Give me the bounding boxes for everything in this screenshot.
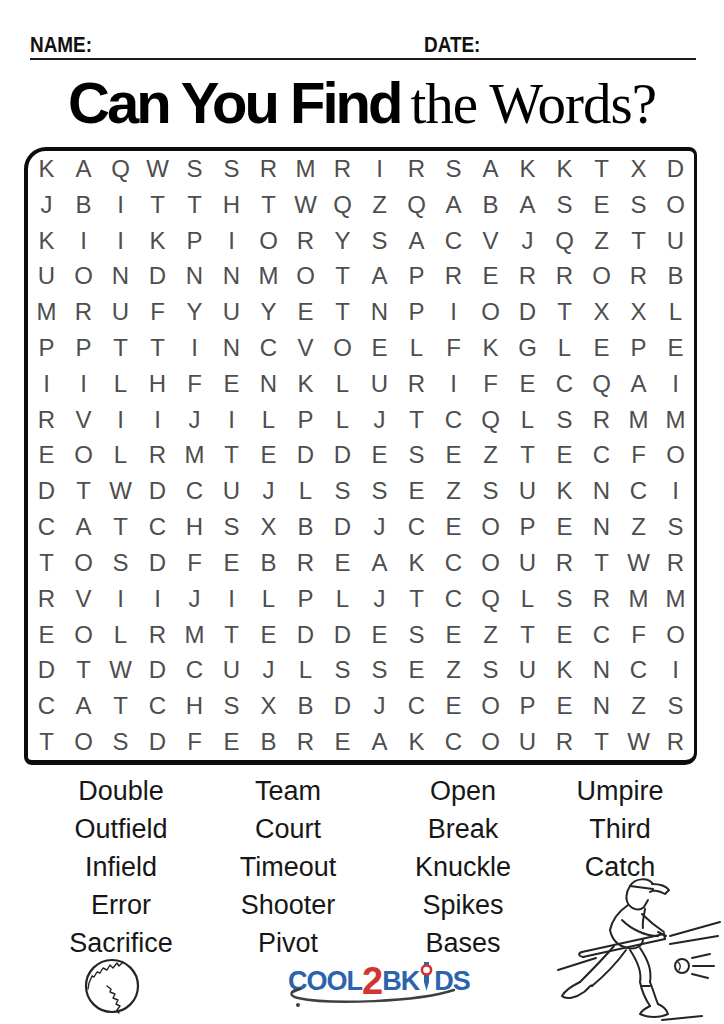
grid-cell[interactable]: T bbox=[509, 438, 546, 474]
grid-cell[interactable]: E bbox=[583, 330, 620, 366]
grid-cell[interactable]: C bbox=[435, 223, 472, 259]
grid-cell[interactable]: R bbox=[324, 151, 361, 187]
grid-cell[interactable]: E bbox=[250, 617, 287, 653]
grid-cell[interactable]: N bbox=[583, 653, 620, 689]
grid-cell[interactable]: S bbox=[398, 617, 435, 653]
grid-cell[interactable]: S bbox=[657, 509, 694, 545]
grid-cell[interactable]: O bbox=[65, 724, 102, 760]
grid-cell[interactable]: C bbox=[546, 366, 583, 402]
grid-cell[interactable]: E bbox=[28, 617, 65, 653]
grid-cell[interactable]: U bbox=[509, 473, 546, 509]
grid-cell[interactable]: C bbox=[176, 653, 213, 689]
grid-cell[interactable]: R bbox=[546, 724, 583, 760]
grid-cell[interactable]: O bbox=[472, 294, 509, 330]
grid-cell[interactable]: E bbox=[287, 294, 324, 330]
grid-cell[interactable]: L bbox=[102, 438, 139, 474]
grid-cell[interactable]: Z bbox=[435, 653, 472, 689]
grid-cell[interactable]: E bbox=[213, 545, 250, 581]
grid-cell[interactable]: E bbox=[546, 438, 583, 474]
grid-cell[interactable]: T bbox=[65, 473, 102, 509]
grid-cell[interactable]: A bbox=[620, 366, 657, 402]
grid-cell[interactable]: L bbox=[287, 653, 324, 689]
grid-cell[interactable]: A bbox=[361, 258, 398, 294]
grid-cell[interactable]: D bbox=[287, 617, 324, 653]
grid-cell[interactable]: A bbox=[361, 545, 398, 581]
grid-cell[interactable]: E bbox=[361, 617, 398, 653]
grid-cell[interactable]: O bbox=[657, 187, 694, 223]
grid-cell[interactable]: J bbox=[176, 581, 213, 617]
grid-cell[interactable]: R bbox=[28, 581, 65, 617]
grid-cell[interactable]: M bbox=[28, 294, 65, 330]
grid-cell[interactable]: T bbox=[102, 688, 139, 724]
grid-cell[interactable]: Y bbox=[250, 294, 287, 330]
grid-cell[interactable]: O bbox=[287, 258, 324, 294]
grid-cell[interactable]: S bbox=[102, 545, 139, 581]
grid-cell[interactable]: P bbox=[509, 688, 546, 724]
grid-cell[interactable]: K bbox=[546, 151, 583, 187]
grid-cell[interactable]: J bbox=[361, 688, 398, 724]
grid-cell[interactable]: I bbox=[139, 402, 176, 438]
grid-cell[interactable]: B bbox=[287, 688, 324, 724]
grid-cell[interactable]: P bbox=[398, 258, 435, 294]
grid-cell[interactable]: D bbox=[324, 617, 361, 653]
grid-cell[interactable]: S bbox=[213, 509, 250, 545]
grid-cell[interactable]: O bbox=[657, 438, 694, 474]
grid-cell[interactable]: I bbox=[435, 366, 472, 402]
grid-cell[interactable]: C bbox=[398, 509, 435, 545]
grid-cell[interactable]: C bbox=[398, 688, 435, 724]
grid-cell[interactable]: J bbox=[509, 223, 546, 259]
grid-cell[interactable]: T bbox=[139, 187, 176, 223]
grid-cell[interactable]: V bbox=[472, 223, 509, 259]
grid-cell[interactable]: N bbox=[102, 258, 139, 294]
grid-cell[interactable]: J bbox=[250, 473, 287, 509]
grid-cell[interactable]: T bbox=[546, 294, 583, 330]
grid-cell[interactable]: O bbox=[472, 688, 509, 724]
grid-cell[interactable]: O bbox=[472, 545, 509, 581]
grid-cell[interactable]: L bbox=[657, 294, 694, 330]
grid-cell[interactable]: P bbox=[287, 402, 324, 438]
grid-cell[interactable]: K bbox=[139, 223, 176, 259]
grid-cell[interactable]: W bbox=[102, 473, 139, 509]
grid-cell[interactable]: Q bbox=[546, 223, 583, 259]
grid-cell[interactable]: D bbox=[139, 473, 176, 509]
grid-cell[interactable]: S bbox=[472, 473, 509, 509]
grid-cell[interactable]: Z bbox=[620, 688, 657, 724]
grid-cell[interactable]: E bbox=[361, 330, 398, 366]
grid-cell[interactable]: C bbox=[139, 509, 176, 545]
grid-cell[interactable]: O bbox=[65, 545, 102, 581]
grid-cell[interactable]: D bbox=[287, 438, 324, 474]
grid-cell[interactable]: L bbox=[509, 581, 546, 617]
grid-cell[interactable]: K bbox=[28, 151, 65, 187]
grid-cell[interactable]: E bbox=[361, 438, 398, 474]
grid-cell[interactable]: B bbox=[472, 187, 509, 223]
grid-cell[interactable]: N bbox=[213, 258, 250, 294]
grid-cell[interactable]: F bbox=[620, 617, 657, 653]
grid-cell[interactable]: Q bbox=[324, 187, 361, 223]
grid-cell[interactable]: L bbox=[250, 402, 287, 438]
grid-cell[interactable]: G bbox=[509, 330, 546, 366]
grid-cell[interactable]: S bbox=[361, 223, 398, 259]
grid-cell[interactable]: I bbox=[65, 366, 102, 402]
grid-cell[interactable]: F bbox=[176, 366, 213, 402]
grid-cell[interactable]: I bbox=[176, 330, 213, 366]
grid-cell[interactable]: O bbox=[583, 258, 620, 294]
grid-cell[interactable]: S bbox=[102, 724, 139, 760]
grid-cell[interactable]: I bbox=[28, 366, 65, 402]
grid-cell[interactable]: R bbox=[398, 366, 435, 402]
grid-cell[interactable]: L bbox=[324, 366, 361, 402]
grid-cell[interactable]: Z bbox=[361, 187, 398, 223]
grid-cell[interactable]: C bbox=[620, 653, 657, 689]
grid-cell[interactable]: K bbox=[546, 473, 583, 509]
grid-cell[interactable]: S bbox=[546, 187, 583, 223]
grid-cell[interactable]: P bbox=[65, 330, 102, 366]
grid-cell[interactable]: O bbox=[657, 617, 694, 653]
grid-cell[interactable]: E bbox=[472, 258, 509, 294]
grid-cell[interactable]: Q bbox=[102, 151, 139, 187]
grid-cell[interactable]: T bbox=[213, 438, 250, 474]
grid-cell[interactable]: S bbox=[657, 688, 694, 724]
grid-cell[interactable]: R bbox=[398, 151, 435, 187]
grid-cell[interactable]: U bbox=[657, 223, 694, 259]
grid-cell[interactable]: J bbox=[361, 402, 398, 438]
grid-cell[interactable]: H bbox=[139, 366, 176, 402]
grid-cell[interactable]: F bbox=[176, 545, 213, 581]
grid-cell[interactable]: E bbox=[28, 438, 65, 474]
grid-cell[interactable]: X bbox=[250, 509, 287, 545]
grid-cell[interactable]: J bbox=[361, 581, 398, 617]
grid-cell[interactable]: M bbox=[176, 617, 213, 653]
grid-cell[interactable]: I bbox=[361, 151, 398, 187]
grid-cell[interactable]: J bbox=[28, 187, 65, 223]
grid-cell[interactable]: E bbox=[398, 473, 435, 509]
grid-cell[interactable]: U bbox=[509, 724, 546, 760]
grid-cell[interactable]: T bbox=[398, 402, 435, 438]
grid-cell[interactable]: L bbox=[546, 330, 583, 366]
grid-cell[interactable]: C bbox=[435, 402, 472, 438]
grid-cell[interactable]: K bbox=[398, 545, 435, 581]
grid-cell[interactable]: I bbox=[102, 223, 139, 259]
grid-cell[interactable]: E bbox=[583, 187, 620, 223]
grid-cell[interactable]: H bbox=[176, 688, 213, 724]
grid-cell[interactable]: C bbox=[435, 724, 472, 760]
grid-cell[interactable]: T bbox=[324, 294, 361, 330]
grid-cell[interactable]: T bbox=[398, 581, 435, 617]
grid-cell[interactable]: K bbox=[472, 330, 509, 366]
grid-cell[interactable]: M bbox=[250, 258, 287, 294]
grid-cell[interactable]: Y bbox=[324, 223, 361, 259]
grid-cell[interactable]: I bbox=[102, 402, 139, 438]
grid-cell[interactable]: T bbox=[176, 187, 213, 223]
grid-cell[interactable]: C bbox=[250, 330, 287, 366]
grid-cell[interactable]: S bbox=[398, 438, 435, 474]
grid-cell[interactable]: U bbox=[28, 258, 65, 294]
grid-cell[interactable]: A bbox=[509, 187, 546, 223]
grid-cell[interactable]: S bbox=[472, 653, 509, 689]
grid-cell[interactable]: N bbox=[583, 509, 620, 545]
grid-cell[interactable]: R bbox=[28, 402, 65, 438]
grid-cell[interactable]: T bbox=[250, 187, 287, 223]
grid-cell[interactable]: P bbox=[28, 330, 65, 366]
grid-cell[interactable]: U bbox=[509, 653, 546, 689]
grid-cell[interactable]: D bbox=[324, 509, 361, 545]
grid-cell[interactable]: I bbox=[213, 402, 250, 438]
grid-cell[interactable]: K bbox=[287, 366, 324, 402]
grid-cell[interactable]: P bbox=[176, 223, 213, 259]
grid-cell[interactable]: Z bbox=[472, 438, 509, 474]
grid-cell[interactable]: N bbox=[176, 258, 213, 294]
grid-cell[interactable]: L bbox=[287, 473, 324, 509]
grid-cell[interactable]: O bbox=[472, 509, 509, 545]
grid-cell[interactable]: K bbox=[546, 653, 583, 689]
grid-cell[interactable]: O bbox=[65, 258, 102, 294]
grid-cell[interactable]: S bbox=[324, 473, 361, 509]
grid-cell[interactable]: V bbox=[65, 581, 102, 617]
grid-cell[interactable]: L bbox=[509, 402, 546, 438]
grid-cell[interactable]: I bbox=[435, 294, 472, 330]
grid-cell[interactable]: O bbox=[65, 438, 102, 474]
grid-cell[interactable]: B bbox=[250, 724, 287, 760]
grid-cell[interactable]: L bbox=[102, 366, 139, 402]
grid-cell[interactable]: R bbox=[509, 258, 546, 294]
grid-cell[interactable]: Q bbox=[472, 581, 509, 617]
grid-cell[interactable]: F bbox=[620, 438, 657, 474]
grid-cell[interactable]: C bbox=[435, 581, 472, 617]
grid-cell[interactable]: E bbox=[546, 617, 583, 653]
grid-cell[interactable]: K bbox=[398, 724, 435, 760]
grid-cell[interactable]: T bbox=[620, 223, 657, 259]
grid-cell[interactable]: O bbox=[324, 330, 361, 366]
grid-cell[interactable]: U bbox=[213, 294, 250, 330]
grid-cell[interactable]: Z bbox=[472, 617, 509, 653]
grid-cell[interactable]: A bbox=[435, 187, 472, 223]
grid-cell[interactable]: X bbox=[620, 294, 657, 330]
grid-cell[interactable]: E bbox=[435, 509, 472, 545]
grid-cell[interactable]: E bbox=[250, 438, 287, 474]
grid-cell[interactable]: D bbox=[28, 473, 65, 509]
grid-cell[interactable]: D bbox=[139, 724, 176, 760]
grid-cell[interactable]: Z bbox=[435, 473, 472, 509]
grid-cell[interactable]: E bbox=[213, 724, 250, 760]
grid-cell[interactable]: Z bbox=[583, 223, 620, 259]
grid-cell[interactable]: X bbox=[250, 688, 287, 724]
grid-cell[interactable]: S bbox=[435, 151, 472, 187]
grid-cell[interactable]: X bbox=[620, 151, 657, 187]
grid-cell[interactable]: Y bbox=[176, 294, 213, 330]
grid-cell[interactable]: T bbox=[583, 151, 620, 187]
grid-cell[interactable]: R bbox=[583, 402, 620, 438]
grid-cell[interactable]: N bbox=[583, 473, 620, 509]
grid-cell[interactable]: S bbox=[213, 688, 250, 724]
grid-cell[interactable]: Q bbox=[398, 187, 435, 223]
grid-cell[interactable]: W bbox=[139, 151, 176, 187]
grid-cell[interactable]: O bbox=[472, 724, 509, 760]
grid-cell[interactable]: P bbox=[509, 509, 546, 545]
grid-cell[interactable]: E bbox=[398, 653, 435, 689]
grid-cell[interactable]: D bbox=[139, 258, 176, 294]
grid-cell[interactable]: E bbox=[324, 545, 361, 581]
grid-cell[interactable]: Q bbox=[472, 402, 509, 438]
grid-cell[interactable]: E bbox=[435, 438, 472, 474]
grid-cell[interactable]: S bbox=[324, 653, 361, 689]
grid-cell[interactable]: F bbox=[435, 330, 472, 366]
grid-cell[interactable]: E bbox=[546, 688, 583, 724]
grid-cell[interactable]: T bbox=[213, 617, 250, 653]
grid-cell[interactable]: R bbox=[657, 545, 694, 581]
grid-cell[interactable]: D bbox=[509, 294, 546, 330]
grid-cell[interactable]: R bbox=[250, 151, 287, 187]
grid-cell[interactable]: U bbox=[361, 366, 398, 402]
grid-cell[interactable]: C bbox=[583, 438, 620, 474]
grid-cell[interactable]: E bbox=[546, 509, 583, 545]
grid-cell[interactable]: W bbox=[287, 187, 324, 223]
grid-cell[interactable]: I bbox=[657, 366, 694, 402]
grid-cell[interactable]: I bbox=[213, 223, 250, 259]
grid-cell[interactable]: C bbox=[28, 509, 65, 545]
grid-cell[interactable]: R bbox=[435, 258, 472, 294]
grid-cell[interactable]: E bbox=[324, 724, 361, 760]
grid-cell[interactable]: T bbox=[102, 330, 139, 366]
grid-cell[interactable]: J bbox=[176, 402, 213, 438]
grid-cell[interactable]: N bbox=[583, 688, 620, 724]
grid-cell[interactable]: V bbox=[65, 402, 102, 438]
grid-cell[interactable]: C bbox=[435, 545, 472, 581]
grid-cell[interactable]: Q bbox=[583, 366, 620, 402]
grid-cell[interactable]: O bbox=[65, 617, 102, 653]
grid-cell[interactable]: R bbox=[287, 724, 324, 760]
grid-cell[interactable]: M bbox=[657, 402, 694, 438]
grid-cell[interactable]: M bbox=[620, 402, 657, 438]
grid-cell[interactable]: D bbox=[324, 438, 361, 474]
grid-cell[interactable]: C bbox=[583, 617, 620, 653]
grid-cell[interactable]: L bbox=[102, 617, 139, 653]
grid-cell[interactable]: A bbox=[472, 151, 509, 187]
grid-cell[interactable]: T bbox=[65, 653, 102, 689]
grid-cell[interactable]: D bbox=[324, 688, 361, 724]
grid-cell[interactable]: C bbox=[620, 473, 657, 509]
grid-cell[interactable]: S bbox=[176, 151, 213, 187]
grid-cell[interactable]: T bbox=[583, 724, 620, 760]
grid-cell[interactable]: S bbox=[546, 581, 583, 617]
grid-cell[interactable]: R bbox=[65, 294, 102, 330]
grid-cell[interactable]: L bbox=[324, 402, 361, 438]
grid-cell[interactable]: R bbox=[583, 581, 620, 617]
grid-cell[interactable]: S bbox=[546, 402, 583, 438]
grid-cell[interactable]: I bbox=[213, 581, 250, 617]
grid-cell[interactable]: A bbox=[398, 223, 435, 259]
grid-cell[interactable]: H bbox=[213, 187, 250, 223]
grid-cell[interactable]: M bbox=[287, 151, 324, 187]
grid-cell[interactable]: R bbox=[546, 545, 583, 581]
grid-cell[interactable]: J bbox=[250, 653, 287, 689]
grid-cell[interactable]: B bbox=[65, 187, 102, 223]
grid-cell[interactable]: A bbox=[65, 509, 102, 545]
grid-cell[interactable]: T bbox=[28, 545, 65, 581]
grid-cell[interactable]: S bbox=[213, 151, 250, 187]
grid-cell[interactable]: K bbox=[28, 223, 65, 259]
grid-cell[interactable]: I bbox=[102, 187, 139, 223]
grid-cell[interactable]: W bbox=[620, 724, 657, 760]
grid-cell[interactable]: I bbox=[657, 473, 694, 509]
grid-cell[interactable]: T bbox=[28, 724, 65, 760]
grid-cell[interactable]: B bbox=[657, 258, 694, 294]
grid-cell[interactable]: E bbox=[213, 366, 250, 402]
grid-cell[interactable]: L bbox=[324, 581, 361, 617]
grid-cell[interactable]: S bbox=[620, 187, 657, 223]
grid-cell[interactable]: O bbox=[250, 223, 287, 259]
grid-cell[interactable]: J bbox=[361, 509, 398, 545]
grid-cell[interactable]: S bbox=[361, 473, 398, 509]
grid-cell[interactable]: N bbox=[213, 330, 250, 366]
grid-cell[interactable]: A bbox=[65, 151, 102, 187]
grid-cell[interactable]: D bbox=[657, 151, 694, 187]
grid-cell[interactable]: M bbox=[657, 581, 694, 617]
grid-cell[interactable]: A bbox=[361, 724, 398, 760]
grid-cell[interactable]: P bbox=[398, 294, 435, 330]
grid-cell[interactable]: U bbox=[213, 653, 250, 689]
grid-cell[interactable]: I bbox=[139, 581, 176, 617]
grid-cell[interactable]: A bbox=[65, 688, 102, 724]
grid-cell[interactable]: D bbox=[139, 545, 176, 581]
grid-cell[interactable]: L bbox=[398, 330, 435, 366]
grid-cell[interactable]: K bbox=[509, 151, 546, 187]
grid-cell[interactable]: C bbox=[28, 688, 65, 724]
grid-cell[interactable]: V bbox=[287, 330, 324, 366]
grid-cell[interactable]: B bbox=[250, 545, 287, 581]
grid-cell[interactable]: N bbox=[250, 366, 287, 402]
grid-cell[interactable]: T bbox=[102, 509, 139, 545]
grid-cell[interactable]: E bbox=[435, 617, 472, 653]
grid-cell[interactable]: I bbox=[65, 223, 102, 259]
grid-cell[interactable]: R bbox=[546, 258, 583, 294]
grid-cell[interactable]: S bbox=[361, 653, 398, 689]
grid-cell[interactable]: E bbox=[509, 366, 546, 402]
grid-cell[interactable]: R bbox=[620, 258, 657, 294]
grid-cell[interactable]: F bbox=[139, 294, 176, 330]
grid-cell[interactable]: D bbox=[28, 653, 65, 689]
grid-cell[interactable]: X bbox=[583, 294, 620, 330]
grid-cell[interactable]: R bbox=[287, 223, 324, 259]
grid-cell[interactable]: C bbox=[139, 688, 176, 724]
grid-cell[interactable]: R bbox=[287, 545, 324, 581]
grid-cell[interactable]: H bbox=[176, 509, 213, 545]
grid-cell[interactable]: T bbox=[139, 330, 176, 366]
grid-cell[interactable]: W bbox=[620, 545, 657, 581]
grid-cell[interactable]: C bbox=[176, 473, 213, 509]
grid-cell[interactable]: F bbox=[176, 724, 213, 760]
grid-cell[interactable]: U bbox=[102, 294, 139, 330]
grid-cell[interactable]: R bbox=[139, 438, 176, 474]
grid-cell[interactable]: N bbox=[361, 294, 398, 330]
grid-cell[interactable]: D bbox=[139, 653, 176, 689]
grid-cell[interactable]: R bbox=[657, 724, 694, 760]
grid-cell[interactable]: P bbox=[287, 581, 324, 617]
grid-cell[interactable]: W bbox=[102, 653, 139, 689]
grid-cell[interactable]: I bbox=[102, 581, 139, 617]
grid-cell[interactable]: E bbox=[435, 688, 472, 724]
grid-cell[interactable]: M bbox=[176, 438, 213, 474]
grid-cell[interactable]: Z bbox=[620, 509, 657, 545]
grid-cell[interactable]: B bbox=[287, 509, 324, 545]
grid-cell[interactable]: M bbox=[620, 581, 657, 617]
grid-cell[interactable]: R bbox=[139, 617, 176, 653]
grid-cell[interactable]: T bbox=[583, 545, 620, 581]
grid-cell[interactable]: T bbox=[324, 258, 361, 294]
grid-cell[interactable]: U bbox=[213, 473, 250, 509]
grid-cell[interactable]: P bbox=[620, 330, 657, 366]
